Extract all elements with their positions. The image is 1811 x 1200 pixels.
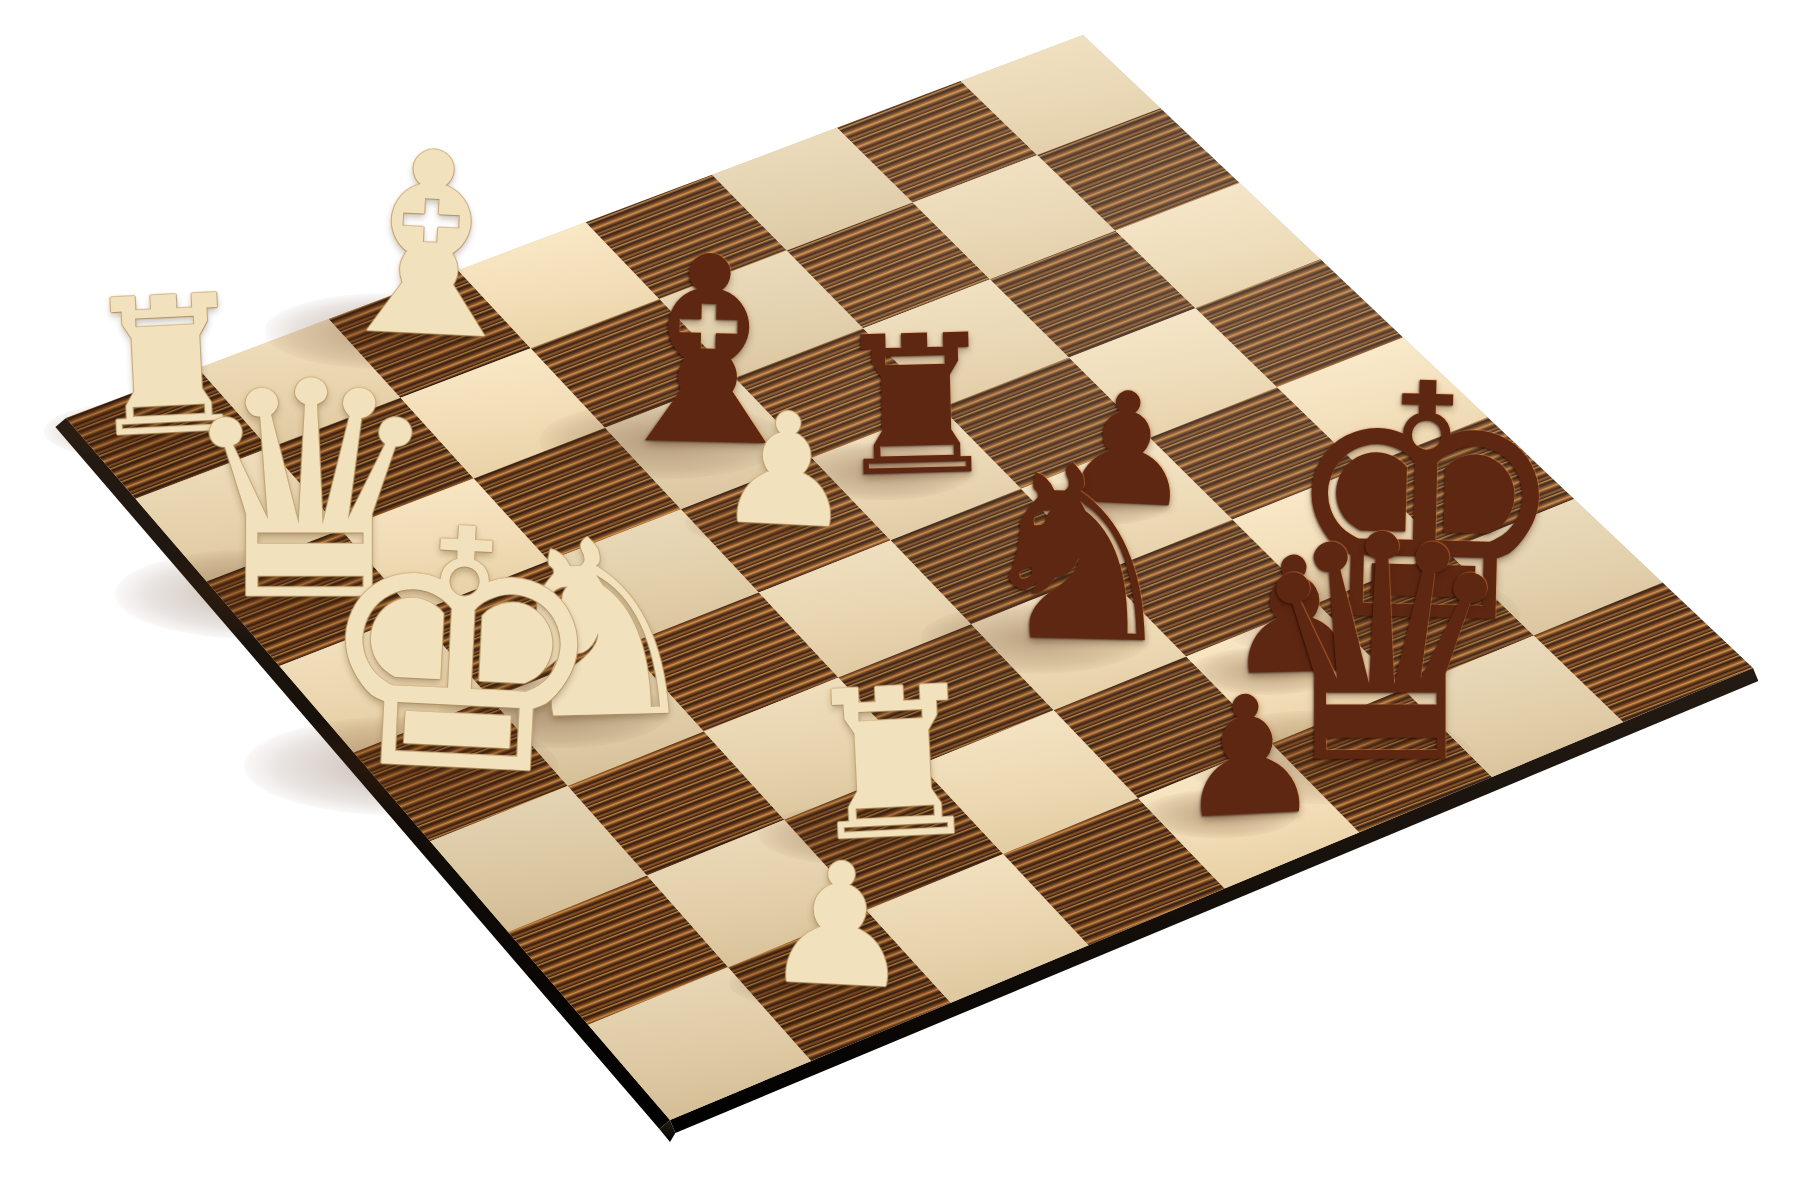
chess-product-photo: ♜♝♛♚♞♟♜♟♝♜♟♞♟♚♛♟ [0, 0, 1811, 1200]
piece-white-pawn-b8: ♟ [760, 838, 919, 1014]
piece-white-pawn-d4: ♟ [713, 390, 859, 551]
piece-dark-pawn-e8: ♟ [1171, 672, 1326, 843]
piece-dark-knight-e6: ♞ [968, 433, 1190, 679]
piece-white-king-a5: ♚ [304, 481, 616, 826]
pieces-layer: ♜♝♛♚♞♟♜♟♝♜♟♞♟♚♛♟ [0, 0, 1811, 1200]
